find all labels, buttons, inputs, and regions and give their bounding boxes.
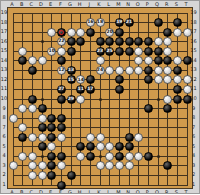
stone-B7-white: [18, 123, 27, 132]
stone-J17-black: [86, 28, 95, 37]
stone-R16-white: [163, 37, 172, 46]
row-label-right: 4: [192, 153, 195, 158]
stone-H17-white: [76, 28, 85, 37]
stone-B4-white: [18, 152, 27, 161]
col-label-bottom: R: [165, 190, 168, 195]
stone-L13-white: [105, 66, 114, 75]
stone-J12-black: [86, 75, 95, 84]
stone-J5-black: [86, 142, 95, 151]
stone-M3-white: [115, 161, 124, 170]
stone-S12-white: [173, 75, 182, 84]
row-label-left: 6: [2, 134, 5, 139]
stone-C3-white: [28, 161, 37, 170]
col-label-bottom: J: [89, 190, 90, 195]
stone-P9-black: [144, 104, 153, 113]
col-label-top: T: [184, 2, 187, 7]
stone-G16-black: [67, 37, 76, 46]
stone-F7-black: [57, 123, 66, 132]
stone-G15-black: [67, 47, 76, 56]
col-label-top: C: [30, 2, 34, 7]
stone-K13-white: 24: [96, 66, 105, 75]
stone-H16-black: [76, 37, 85, 46]
stone-N6-black: [125, 133, 134, 142]
stone-B9-white: [18, 104, 27, 113]
row-label-left: 8: [2, 115, 5, 120]
row-label-right: 9: [192, 105, 195, 110]
stone-N5-black: [125, 142, 134, 151]
row-label-right: 12: [190, 76, 196, 81]
stone-O6-white: [134, 133, 143, 142]
stone-O13-white: [134, 66, 143, 75]
stone-Q18-black: [154, 18, 163, 27]
grid-line-horizontal: [13, 13, 188, 14]
stone-E3-black: [47, 161, 56, 170]
row-label-left: 1: [2, 182, 5, 187]
stone-G12-black: 15: [67, 75, 76, 84]
stone-R17-black: [163, 28, 172, 37]
stone-S13-black: [173, 66, 182, 75]
stone-C9-white: [28, 104, 37, 113]
col-label-bottom: K: [97, 190, 100, 195]
col-label-top: K: [97, 2, 100, 7]
stone-K14-white: [96, 56, 105, 65]
row-label-left: 7: [2, 124, 5, 129]
col-label-bottom: P: [146, 190, 149, 195]
stone-M12-black: [115, 75, 124, 84]
row-label-left: 9: [2, 105, 5, 110]
stone-J18-white: 16: [86, 18, 95, 27]
stone-N18-black: 21: [125, 18, 134, 27]
col-label-top: J: [89, 2, 90, 7]
row-label-left: 12: [1, 76, 7, 81]
stone-E5-white: [47, 142, 56, 151]
stone-K15-black: 23: [96, 47, 105, 56]
stone-N16-black: [125, 37, 134, 46]
stone-Q14-black: [154, 56, 163, 65]
row-label-right: 11: [190, 86, 196, 91]
row-label-left: 19: [1, 10, 7, 15]
col-label-top: S: [175, 2, 178, 7]
col-label-top: D: [39, 2, 43, 7]
stone-H4-white: [76, 152, 85, 161]
stone-P16-black: [144, 37, 153, 46]
stone-E6-black: [47, 133, 56, 142]
row-label-left: 13: [1, 67, 7, 72]
col-label-bottom: C: [30, 190, 34, 195]
stone-D8-white: [38, 114, 47, 123]
row-label-right: 7: [192, 124, 195, 129]
stone-N3-white: [125, 161, 134, 170]
stone-F14-black: [57, 56, 66, 65]
stone-M4-black: [115, 152, 124, 161]
col-label-bottom: N: [126, 190, 130, 195]
col-label-bottom: E: [49, 190, 52, 195]
row-label-left: 16: [1, 38, 7, 43]
stone-F11-black: 27: [57, 85, 66, 94]
stone-S11-black: [173, 85, 182, 94]
row-label-right: 2: [192, 172, 195, 177]
stone-F16-white: 22: [57, 37, 66, 46]
col-label-bottom: F: [59, 190, 62, 195]
stone-H5-black: [76, 142, 85, 151]
stone-L5-white: [105, 142, 114, 151]
stone-D5-black: [38, 142, 47, 151]
stone-C14-white: [28, 56, 37, 65]
row-label-right: 10: [190, 96, 196, 101]
stone-F6-white: [57, 133, 66, 142]
row-label-right: 6: [192, 134, 195, 139]
stone-C13-black: [28, 66, 37, 75]
stone-G2-black: [67, 171, 76, 180]
row-label-right: 18: [190, 19, 196, 24]
col-label-bottom: G: [68, 190, 72, 195]
stone-B6-black: [18, 133, 27, 142]
stone-G17-white: [67, 28, 76, 37]
col-label-top: R: [165, 2, 168, 7]
stone-D14-white: [38, 56, 47, 65]
stone-F13-white: 12: [57, 66, 66, 75]
stone-E15-white: 10: [47, 47, 56, 56]
stone-Q15-black: [154, 47, 163, 56]
row-label-right: 14: [190, 57, 196, 62]
stone-N13-white: [125, 66, 134, 75]
stone-R15-white: [163, 47, 172, 56]
stone-L16-black: [105, 37, 114, 46]
stone-N15-black: [125, 47, 134, 56]
row-label-left: 3: [2, 162, 5, 167]
stone-F15-white: [57, 47, 66, 56]
row-label-left: 17: [1, 29, 7, 34]
stone-M13-white: [115, 66, 124, 75]
stone-Q16-white: [154, 37, 163, 46]
stone-G10-black: 29: [67, 95, 76, 104]
col-label-top: P: [146, 2, 149, 7]
stone-D2-white: [38, 171, 47, 180]
stone-H11-black: 11: [76, 85, 85, 94]
stone-L3-white: [105, 161, 114, 170]
stone-F10-black: [57, 95, 66, 104]
stone-M15-black: [115, 47, 124, 56]
col-label-bottom: M: [116, 190, 120, 195]
stone-L17-white: 20: [105, 28, 114, 37]
col-label-bottom: T: [184, 190, 187, 195]
stone-M5-black: [115, 142, 124, 151]
grid-line-horizontal: [13, 89, 188, 90]
stone-P4-black: [144, 152, 153, 161]
star-point: [41, 40, 44, 43]
col-label-bottom: A: [10, 190, 13, 195]
go-diagram: 161819212022102325121324151427111729 AAB…: [0, 0, 200, 194]
stone-P13-black: [144, 66, 153, 75]
stone-R10-white: [163, 95, 172, 104]
row-label-left: 15: [1, 48, 7, 53]
stone-S10-black: [173, 95, 182, 104]
stone-P15-black: [144, 47, 153, 56]
stone-K3-white: [96, 161, 105, 170]
stone-F4-black: [57, 152, 66, 161]
stone-R12-white: [163, 75, 172, 84]
col-label-top: O: [136, 2, 140, 7]
stone-E2-black: [47, 171, 56, 180]
row-label-right: 16: [190, 38, 196, 43]
grid-line-horizontal: [13, 32, 188, 33]
stone-M16-black: [115, 37, 124, 46]
stone-E8-black: [47, 114, 56, 123]
stone-C2-white: [28, 171, 37, 180]
col-label-top: F: [59, 2, 62, 7]
row-label-left: 10: [1, 96, 7, 101]
stone-R14-black: [163, 56, 172, 65]
col-label-top: H: [78, 2, 82, 7]
stone-O16-black: [134, 37, 143, 46]
stone-M11-black: [115, 85, 124, 94]
stone-E7-black: [47, 123, 56, 132]
row-label-right: 13: [190, 67, 196, 72]
stone-Q12-white: [154, 75, 163, 84]
col-label-bottom: L: [107, 190, 110, 195]
stone-G13-black: 13: [67, 66, 76, 75]
stone-C6-white: [28, 133, 37, 142]
stone-P12-black: [144, 75, 153, 84]
stone-M18-black: 19: [115, 18, 124, 27]
star-point: [157, 98, 160, 101]
star-point: [41, 155, 44, 158]
star-point: [99, 98, 102, 101]
col-label-top: E: [49, 2, 52, 7]
row-label-left: 18: [1, 19, 7, 24]
row-label-right: 15: [190, 48, 196, 53]
grid-line-horizontal: [13, 185, 188, 186]
stone-R3-black: [163, 161, 172, 170]
col-label-top: L: [107, 2, 110, 7]
stone-O14-white: [134, 56, 143, 65]
stone-N4-white: [125, 152, 134, 161]
col-label-bottom: S: [175, 190, 178, 195]
stone-S17-white: [173, 28, 182, 37]
stone-P14-white: [144, 56, 153, 65]
stone-A3-white: [9, 161, 18, 170]
row-label-right: 8: [192, 115, 195, 120]
go-board[interactable]: 161819212022102325121324151427111729: [7, 7, 193, 189]
stone-S18-black: [173, 18, 182, 27]
stone-E4-black: [47, 152, 56, 161]
stone-H10-white: [76, 95, 85, 104]
stone-D6-white: [38, 133, 47, 142]
row-label-right: 3: [192, 162, 195, 167]
last-move-marker: [59, 30, 64, 35]
star-point: [157, 155, 160, 158]
stone-L4-white: [105, 152, 114, 161]
col-label-top: A: [10, 2, 13, 7]
stone-L15-black: 25: [105, 47, 114, 56]
row-label-left: 14: [1, 57, 7, 62]
row-label-left: 2: [2, 172, 5, 177]
col-label-top: N: [126, 2, 130, 7]
row-label-left: 4: [2, 153, 5, 158]
stone-K6-white: [96, 133, 105, 142]
stone-B14-black: [18, 56, 27, 65]
col-label-top: G: [68, 2, 72, 7]
stone-C4-white: [28, 152, 37, 161]
row-label-left: 5: [2, 143, 5, 148]
stone-F3-white: [57, 161, 66, 170]
stone-K5-white: [96, 142, 105, 151]
stone-E17-white: [47, 28, 56, 37]
star-point: [99, 155, 102, 158]
col-label-bottom: Q: [155, 190, 159, 195]
row-label-right: 17: [190, 29, 196, 34]
row-label-right: 5: [192, 143, 195, 148]
stone-R9-black: [163, 104, 172, 113]
col-label-bottom: O: [136, 190, 140, 195]
stone-D9-black: [38, 104, 47, 113]
stone-D3-white: [38, 161, 47, 170]
row-label-right: 19: [190, 10, 196, 15]
stone-K16-black: [96, 37, 105, 46]
col-label-bottom: H: [78, 190, 82, 195]
stone-J4-black: [86, 152, 95, 161]
col-label-bottom: B: [20, 190, 23, 195]
col-label-bottom: D: [39, 190, 43, 195]
col-label-top: M: [116, 2, 120, 7]
stone-F8-black: [57, 114, 66, 123]
col-label-top: B: [20, 2, 23, 7]
stone-R13-white: [163, 66, 172, 75]
stone-Q13-white: [154, 66, 163, 75]
stone-S14-white: [173, 56, 182, 65]
stone-H12-white: 14: [76, 75, 85, 84]
stone-A8-white: [9, 114, 18, 123]
star-point: [41, 98, 44, 101]
stone-J6-white: [86, 133, 95, 142]
stone-B15-white: [18, 47, 27, 56]
row-label-right: 1: [192, 182, 195, 187]
stone-M17-black: [115, 28, 124, 37]
stone-O4-white: [134, 152, 143, 161]
grid-line-vertical: [13, 13, 14, 186]
stone-O15-white: [134, 47, 143, 56]
stone-J11-black: 17: [86, 85, 95, 94]
stone-C10-black: [28, 95, 37, 104]
stone-K18-white: 18: [96, 18, 105, 27]
row-label-left: 11: [1, 86, 7, 91]
stone-D7-black: [38, 123, 47, 132]
col-label-top: Q: [155, 2, 159, 7]
